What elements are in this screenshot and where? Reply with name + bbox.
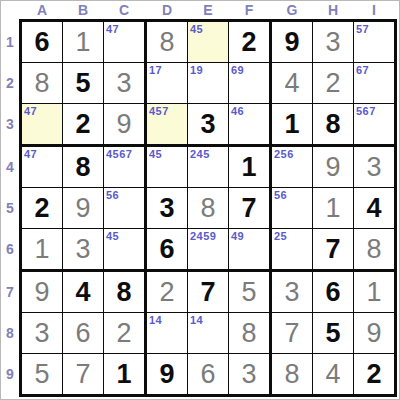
solved-digit-D7: 2 xyxy=(147,272,187,312)
grid-line-horizontal xyxy=(22,228,394,229)
cell-A8[interactable]: 3 xyxy=(22,313,62,353)
cell-A1[interactable]: 6 xyxy=(22,22,62,62)
grid-line-horizontal xyxy=(22,144,394,147)
grid-line-vertical xyxy=(62,22,63,394)
cell-F9[interactable]: 3 xyxy=(229,354,269,394)
column-label-H: H xyxy=(328,3,338,17)
candidates-E4: 245 xyxy=(190,148,210,160)
cell-B2[interactable]: 5 xyxy=(63,63,103,103)
given-digit-H7: 6 xyxy=(313,272,353,312)
cell-A9[interactable]: 5 xyxy=(22,354,62,394)
solved-digit-B1: 1 xyxy=(63,22,103,62)
column-label-D: D xyxy=(162,3,172,17)
candidates-G4: 256 xyxy=(274,148,294,160)
cell-C5[interactable]: 56 xyxy=(104,188,144,228)
cell-E3[interactable]: 3 xyxy=(188,104,228,144)
solved-digit-I6: 8 xyxy=(354,229,394,269)
cell-I6[interactable]: 8 xyxy=(354,229,394,269)
cell-A3[interactable]: 47 xyxy=(22,104,62,144)
cell-D9[interactable]: 9 xyxy=(147,354,187,394)
cell-G6[interactable]: 25 xyxy=(272,229,312,269)
cell-D3[interactable]: 457 xyxy=(147,104,187,144)
given-digit-C7: 8 xyxy=(104,272,144,312)
sudoku-app-frame: ABCDEFGHI 123456789 61478452935785317196… xyxy=(0,0,400,400)
cell-D4[interactable]: 45 xyxy=(147,147,187,187)
column-label-G: G xyxy=(287,3,298,17)
cell-G1[interactable]: 9 xyxy=(272,22,312,62)
cell-F7[interactable]: 5 xyxy=(229,272,269,312)
cell-C8[interactable]: 2 xyxy=(104,313,144,353)
grid-line-horizontal xyxy=(22,103,394,104)
given-digit-E3: 3 xyxy=(188,104,228,144)
solved-digit-D1: 8 xyxy=(147,22,187,62)
cell-F3[interactable]: 46 xyxy=(229,104,269,144)
candidates-E6: 2459 xyxy=(190,230,216,242)
cell-H6[interactable]: 7 xyxy=(313,229,353,269)
cell-A2[interactable]: 8 xyxy=(22,63,62,103)
cell-A6[interactable]: 1 xyxy=(22,229,62,269)
candidates-I3: 567 xyxy=(356,105,376,117)
cell-C6[interactable]: 45 xyxy=(104,229,144,269)
given-digit-D6: 6 xyxy=(147,229,187,269)
given-digit-A5: 2 xyxy=(22,188,62,228)
candidates-F3: 46 xyxy=(231,105,244,117)
solved-digit-H4: 9 xyxy=(313,147,353,187)
cell-B1[interactable]: 1 xyxy=(63,22,103,62)
candidates-G5: 56 xyxy=(274,189,287,201)
cell-E5[interactable]: 8 xyxy=(188,188,228,228)
solved-digit-B6: 3 xyxy=(63,229,103,269)
solved-digit-G2: 4 xyxy=(272,63,312,103)
cell-H5[interactable]: 1 xyxy=(313,188,353,228)
column-label-A: A xyxy=(37,3,47,17)
cell-I7[interactable]: 1 xyxy=(354,272,394,312)
solved-digit-I4: 3 xyxy=(354,147,394,187)
solved-digit-F7: 5 xyxy=(229,272,269,312)
candidates-F6: 49 xyxy=(231,230,244,242)
grid-line-vertical xyxy=(144,22,147,394)
candidates-C1: 47 xyxy=(106,23,119,35)
cell-H9[interactable]: 4 xyxy=(313,354,353,394)
grid-line-vertical xyxy=(312,22,313,394)
candidates-E1: 45 xyxy=(190,23,203,35)
grid-line-vertical xyxy=(228,22,229,394)
cell-E1[interactable]: 45 xyxy=(188,22,228,62)
given-digit-I9: 2 xyxy=(354,354,394,394)
row-label-1: 1 xyxy=(6,35,14,49)
grid-line-vertical xyxy=(103,22,104,394)
solved-digit-G9: 8 xyxy=(272,354,312,394)
given-digit-D5: 3 xyxy=(147,188,187,228)
solved-digit-F8: 8 xyxy=(229,313,269,353)
row-label-3: 3 xyxy=(6,117,14,131)
cell-C7[interactable]: 8 xyxy=(104,272,144,312)
given-digit-E7: 7 xyxy=(188,272,228,312)
given-digit-D9: 9 xyxy=(147,354,187,394)
cell-B8[interactable]: 6 xyxy=(63,313,103,353)
cell-E8[interactable]: 14 xyxy=(188,313,228,353)
cell-A7[interactable]: 9 xyxy=(22,272,62,312)
grid-line-vertical xyxy=(187,22,188,394)
cell-E2[interactable]: 19 xyxy=(188,63,228,103)
solved-digit-H2: 2 xyxy=(313,63,353,103)
candidates-D8: 14 xyxy=(149,314,162,326)
candidates-I2: 67 xyxy=(356,64,369,76)
grid-line-horizontal xyxy=(22,312,394,313)
given-digit-B7: 4 xyxy=(63,272,103,312)
cell-D7[interactable]: 2 xyxy=(147,272,187,312)
given-digit-H3: 8 xyxy=(313,104,353,144)
candidates-D3: 457 xyxy=(149,105,169,117)
cell-I4[interactable]: 3 xyxy=(354,147,394,187)
cell-H4[interactable]: 9 xyxy=(313,147,353,187)
row-label-7: 7 xyxy=(6,285,14,299)
cell-B9[interactable]: 7 xyxy=(63,354,103,394)
cell-H3[interactable]: 8 xyxy=(313,104,353,144)
solved-digit-C8: 2 xyxy=(104,313,144,353)
candidates-E8: 14 xyxy=(190,314,203,326)
candidates-C4: 4567 xyxy=(106,148,132,160)
cell-D1[interactable]: 8 xyxy=(147,22,187,62)
solved-digit-A7: 9 xyxy=(22,272,62,312)
candidates-C5: 56 xyxy=(106,189,119,201)
given-digit-B4: 8 xyxy=(63,147,103,187)
given-digit-F5: 7 xyxy=(229,188,269,228)
row-label-6: 6 xyxy=(6,242,14,256)
row-label-9: 9 xyxy=(6,367,14,381)
grid-line-horizontal xyxy=(22,269,394,272)
cell-G8[interactable]: 7 xyxy=(272,313,312,353)
cell-F2[interactable]: 69 xyxy=(229,63,269,103)
candidates-I1: 57 xyxy=(356,23,369,35)
solved-digit-B8: 6 xyxy=(63,313,103,353)
given-digit-F4: 1 xyxy=(229,147,269,187)
column-label-B: B xyxy=(78,3,88,17)
cell-E9[interactable]: 6 xyxy=(188,354,228,394)
grid-line-vertical xyxy=(269,22,272,394)
row-label-4: 4 xyxy=(6,160,14,174)
given-digit-F1: 2 xyxy=(229,22,269,62)
solved-digit-C2: 3 xyxy=(104,63,144,103)
cell-H7[interactable]: 6 xyxy=(313,272,353,312)
cell-E7[interactable]: 7 xyxy=(188,272,228,312)
solved-digit-G7: 3 xyxy=(272,272,312,312)
column-label-E: E xyxy=(203,3,212,17)
given-digit-B3: 2 xyxy=(63,104,103,144)
cell-B6[interactable]: 3 xyxy=(63,229,103,269)
cell-B7[interactable]: 4 xyxy=(63,272,103,312)
given-digit-C9: 1 xyxy=(104,354,144,394)
candidates-D4: 45 xyxy=(149,148,162,160)
cell-B3[interactable]: 2 xyxy=(63,104,103,144)
cell-D5[interactable]: 3 xyxy=(147,188,187,228)
cell-E6[interactable]: 2459 xyxy=(188,229,228,269)
cell-F4[interactable]: 1 xyxy=(229,147,269,187)
cell-F6[interactable]: 49 xyxy=(229,229,269,269)
cell-A5[interactable]: 2 xyxy=(22,188,62,228)
given-digit-B2: 5 xyxy=(63,63,103,103)
solved-digit-B9: 7 xyxy=(63,354,103,394)
row-label-8: 8 xyxy=(6,326,14,340)
grid-line-horizontal xyxy=(22,353,394,354)
solved-digit-C3: 9 xyxy=(104,104,144,144)
solved-digit-H5: 1 xyxy=(313,188,353,228)
candidates-C6: 45 xyxy=(106,230,119,242)
given-digit-G1: 9 xyxy=(272,22,312,62)
cell-D8[interactable]: 14 xyxy=(147,313,187,353)
cell-G2[interactable]: 4 xyxy=(272,63,312,103)
cell-H8[interactable]: 5 xyxy=(313,313,353,353)
column-label-C: C xyxy=(119,3,129,17)
cell-C4[interactable]: 4567 xyxy=(104,147,144,187)
solved-digit-F9: 3 xyxy=(229,354,269,394)
solved-digit-E9: 6 xyxy=(188,354,228,394)
cell-C1[interactable]: 47 xyxy=(104,22,144,62)
solved-digit-G8: 7 xyxy=(272,313,312,353)
cell-G9[interactable]: 8 xyxy=(272,354,312,394)
candidates-E2: 19 xyxy=(190,64,203,76)
candidates-F2: 69 xyxy=(231,64,244,76)
solved-digit-A9: 5 xyxy=(22,354,62,394)
cell-G4[interactable]: 256 xyxy=(272,147,312,187)
given-digit-H8: 5 xyxy=(313,313,353,353)
grid-line-vertical xyxy=(353,22,354,394)
sudoku-board: 6147845293578531719694267472945734618567… xyxy=(19,19,397,397)
solved-digit-B5: 9 xyxy=(63,188,103,228)
cell-B4[interactable]: 8 xyxy=(63,147,103,187)
given-digit-I5: 4 xyxy=(354,188,394,228)
cell-G7[interactable]: 3 xyxy=(272,272,312,312)
row-label-2: 2 xyxy=(6,76,14,90)
candidates-A4: 47 xyxy=(24,148,37,160)
given-digit-H6: 7 xyxy=(313,229,353,269)
solved-digit-A2: 8 xyxy=(22,63,62,103)
cell-D6[interactable]: 6 xyxy=(147,229,187,269)
solved-digit-H1: 3 xyxy=(313,22,353,62)
candidates-D2: 17 xyxy=(149,64,162,76)
grid-line-horizontal xyxy=(22,187,394,188)
cell-H2[interactable]: 2 xyxy=(313,63,353,103)
cell-G3[interactable]: 1 xyxy=(272,104,312,144)
cell-F5[interactable]: 7 xyxy=(229,188,269,228)
candidates-G6: 25 xyxy=(274,230,287,242)
cell-I3[interactable]: 567 xyxy=(354,104,394,144)
cell-E4[interactable]: 245 xyxy=(188,147,228,187)
cell-I1[interactable]: 57 xyxy=(354,22,394,62)
cell-F1[interactable]: 2 xyxy=(229,22,269,62)
solved-digit-H9: 4 xyxy=(313,354,353,394)
solved-digit-A6: 1 xyxy=(22,229,62,269)
cell-G5[interactable]: 56 xyxy=(272,188,312,228)
cell-I8[interactable]: 9 xyxy=(354,313,394,353)
solved-digit-E5: 8 xyxy=(188,188,228,228)
cell-C2[interactable]: 3 xyxy=(104,63,144,103)
cell-C9[interactable]: 1 xyxy=(104,354,144,394)
row-label-5: 5 xyxy=(6,201,14,215)
cell-B5[interactable]: 9 xyxy=(63,188,103,228)
cell-H1[interactable]: 3 xyxy=(313,22,353,62)
cell-A4[interactable]: 47 xyxy=(22,147,62,187)
cell-C3[interactable]: 9 xyxy=(104,104,144,144)
cell-F8[interactable]: 8 xyxy=(229,313,269,353)
column-label-I: I xyxy=(372,3,376,17)
solved-digit-I8: 9 xyxy=(354,313,394,353)
solved-digit-I7: 1 xyxy=(354,272,394,312)
given-digit-A1: 6 xyxy=(22,22,62,62)
column-label-F: F xyxy=(245,3,254,17)
cell-I9[interactable]: 2 xyxy=(354,354,394,394)
given-digit-G3: 1 xyxy=(272,104,312,144)
solved-digit-A8: 3 xyxy=(22,313,62,353)
cell-I5[interactable]: 4 xyxy=(354,188,394,228)
grid-line-horizontal xyxy=(22,62,394,63)
cell-D2[interactable]: 17 xyxy=(147,63,187,103)
cell-I2[interactable]: 67 xyxy=(354,63,394,103)
candidates-A3: 47 xyxy=(24,105,37,117)
